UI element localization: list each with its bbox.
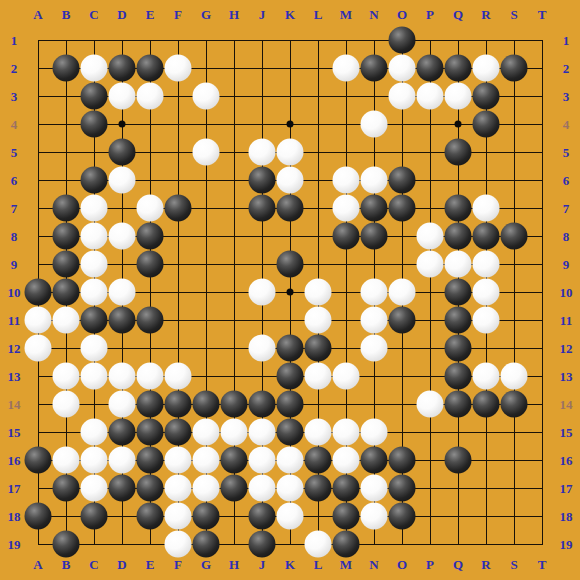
white-stone-r9 (473, 251, 500, 278)
black-stone-c4 (81, 111, 108, 138)
black-stone-h16 (221, 447, 248, 474)
black-stone-e14 (137, 391, 164, 418)
white-stone-e3 (137, 83, 164, 110)
white-stone-f19 (165, 531, 192, 558)
white-stone-o3 (389, 83, 416, 110)
col-label-top: E (146, 8, 155, 21)
white-stone-g5 (193, 139, 220, 166)
black-stone-e16 (137, 447, 164, 474)
row-label-left: 11 (8, 314, 20, 327)
white-stone-j5 (249, 139, 276, 166)
white-stone-l13 (305, 363, 332, 390)
black-stone-f15 (165, 419, 192, 446)
black-stone-m17 (333, 475, 360, 502)
col-label-top: G (201, 8, 211, 21)
col-label-bottom: G (201, 558, 211, 571)
col-label-bottom: B (62, 558, 71, 571)
col-label-top: Q (453, 8, 463, 21)
white-stone-j10 (249, 279, 276, 306)
black-stone-f7 (165, 195, 192, 222)
row-label-right: 15 (560, 426, 573, 439)
white-stone-m13 (333, 363, 360, 390)
black-stone-q2 (445, 55, 472, 82)
white-stone-n18 (361, 503, 388, 530)
col-label-top: D (117, 8, 126, 21)
black-stone-f14 (165, 391, 192, 418)
black-stone-g18 (193, 503, 220, 530)
col-label-top: R (481, 8, 490, 21)
white-stone-c15 (81, 419, 108, 446)
black-stone-b8 (53, 223, 80, 250)
row-label-right: 5 (563, 146, 570, 159)
white-stone-n17 (361, 475, 388, 502)
white-stone-c7 (81, 195, 108, 222)
row-label-left: 7 (11, 202, 18, 215)
row-label-left: 6 (11, 174, 18, 187)
col-label-bottom: J (259, 558, 266, 571)
white-stone-m7 (333, 195, 360, 222)
white-stone-k18 (277, 503, 304, 530)
white-stone-n6 (361, 167, 388, 194)
black-stone-d11 (109, 307, 136, 334)
col-label-bottom: O (397, 558, 407, 571)
black-stone-q10 (445, 279, 472, 306)
row-label-right: 12 (560, 342, 573, 355)
row-label-right: 9 (563, 258, 570, 271)
col-label-bottom: A (33, 558, 42, 571)
row-label-left: 3 (11, 90, 18, 103)
col-label-bottom: N (369, 558, 378, 571)
star-point-q4 (455, 121, 462, 128)
black-stone-o1 (389, 27, 416, 54)
white-stone-n15 (361, 419, 388, 446)
black-stone-a18 (25, 503, 52, 530)
col-label-bottom: C (89, 558, 98, 571)
black-stone-k15 (277, 419, 304, 446)
white-stone-c9 (81, 251, 108, 278)
white-stone-o10 (389, 279, 416, 306)
col-label-bottom: K (285, 558, 295, 571)
black-stone-h17 (221, 475, 248, 502)
black-stone-n7 (361, 195, 388, 222)
row-label-right: 19 (560, 538, 573, 551)
white-stone-m6 (333, 167, 360, 194)
white-stone-n4 (361, 111, 388, 138)
white-stone-f17 (165, 475, 192, 502)
row-label-right: 11 (560, 314, 572, 327)
star-point-k10 (287, 289, 294, 296)
white-stone-g16 (193, 447, 220, 474)
row-label-right: 4 (563, 118, 570, 131)
white-stone-b14 (53, 391, 80, 418)
black-stone-g19 (193, 531, 220, 558)
row-label-right: 8 (563, 230, 570, 243)
white-stone-d10 (109, 279, 136, 306)
black-stone-q14 (445, 391, 472, 418)
col-label-top: K (285, 8, 295, 21)
black-stone-c3 (81, 83, 108, 110)
black-stone-e11 (137, 307, 164, 334)
col-label-top: H (229, 8, 239, 21)
black-stone-e18 (137, 503, 164, 530)
white-stone-e7 (137, 195, 164, 222)
black-stone-r4 (473, 111, 500, 138)
row-label-left: 19 (8, 538, 21, 551)
black-stone-s14 (501, 391, 528, 418)
white-stone-j15 (249, 419, 276, 446)
black-stone-r3 (473, 83, 500, 110)
black-stone-b7 (53, 195, 80, 222)
white-stone-b16 (53, 447, 80, 474)
col-label-bottom: E (146, 558, 155, 571)
row-label-right: 3 (563, 90, 570, 103)
white-stone-c8 (81, 223, 108, 250)
black-stone-n8 (361, 223, 388, 250)
row-label-left: 16 (8, 454, 21, 467)
white-stone-n11 (361, 307, 388, 334)
black-stone-l16 (305, 447, 332, 474)
col-label-bottom: R (481, 558, 490, 571)
black-stone-b19 (53, 531, 80, 558)
white-stone-k16 (277, 447, 304, 474)
col-label-bottom: P (426, 558, 434, 571)
black-stone-b17 (53, 475, 80, 502)
col-label-top: B (62, 8, 71, 21)
black-stone-k7 (277, 195, 304, 222)
row-label-right: 2 (563, 62, 570, 75)
col-label-bottom: T (538, 558, 547, 571)
black-stone-j14 (249, 391, 276, 418)
black-stone-k13 (277, 363, 304, 390)
star-point-k4 (287, 121, 294, 128)
white-stone-d8 (109, 223, 136, 250)
white-stone-c17 (81, 475, 108, 502)
row-label-left: 5 (11, 146, 18, 159)
white-stone-g17 (193, 475, 220, 502)
row-label-right: 18 (560, 510, 573, 523)
row-label-left: 10 (8, 286, 21, 299)
white-stone-l15 (305, 419, 332, 446)
black-stone-q12 (445, 335, 472, 362)
black-stone-e2 (137, 55, 164, 82)
black-stone-c11 (81, 307, 108, 334)
row-label-right: 6 (563, 174, 570, 187)
row-label-left: 9 (11, 258, 18, 271)
black-stone-o11 (389, 307, 416, 334)
col-label-top: J (259, 8, 266, 21)
white-stone-r11 (473, 307, 500, 334)
white-stone-g3 (193, 83, 220, 110)
black-stone-l17 (305, 475, 332, 502)
white-stone-l19 (305, 531, 332, 558)
white-stone-c10 (81, 279, 108, 306)
black-stone-o6 (389, 167, 416, 194)
white-stone-k17 (277, 475, 304, 502)
page: { "game": "go", "board": { "size": 19, "… (0, 0, 580, 580)
black-stone-d5 (109, 139, 136, 166)
black-stone-c6 (81, 167, 108, 194)
white-stone-p8 (417, 223, 444, 250)
white-stone-a12 (25, 335, 52, 362)
col-label-top: A (33, 8, 42, 21)
white-stone-j12 (249, 335, 276, 362)
row-label-left: 12 (8, 342, 21, 355)
white-stone-e13 (137, 363, 164, 390)
col-label-bottom: S (510, 558, 517, 571)
row-label-right: 10 (560, 286, 573, 299)
row-label-left: 2 (11, 62, 18, 75)
white-stone-d14 (109, 391, 136, 418)
white-stone-q9 (445, 251, 472, 278)
black-stone-e15 (137, 419, 164, 446)
black-stone-k12 (277, 335, 304, 362)
white-stone-h15 (221, 419, 248, 446)
black-stone-n16 (361, 447, 388, 474)
black-stone-e17 (137, 475, 164, 502)
black-stone-l12 (305, 335, 332, 362)
black-stone-a16 (25, 447, 52, 474)
black-stone-q11 (445, 307, 472, 334)
black-stone-m8 (333, 223, 360, 250)
white-stone-m15 (333, 419, 360, 446)
white-stone-c12 (81, 335, 108, 362)
white-stone-k6 (277, 167, 304, 194)
black-stone-d17 (109, 475, 136, 502)
black-stone-j19 (249, 531, 276, 558)
black-stone-a10 (25, 279, 52, 306)
black-stone-b10 (53, 279, 80, 306)
black-stone-e8 (137, 223, 164, 250)
white-stone-j16 (249, 447, 276, 474)
col-label-top: F (174, 8, 182, 21)
white-stone-f16 (165, 447, 192, 474)
row-label-left: 15 (8, 426, 21, 439)
white-stone-q3 (445, 83, 472, 110)
black-stone-b2 (53, 55, 80, 82)
black-stone-g14 (193, 391, 220, 418)
row-label-right: 16 (560, 454, 573, 467)
col-label-top: M (340, 8, 352, 21)
white-stone-d16 (109, 447, 136, 474)
white-stone-k5 (277, 139, 304, 166)
white-stone-r13 (473, 363, 500, 390)
black-stone-p2 (417, 55, 444, 82)
white-stone-p9 (417, 251, 444, 278)
black-stone-o7 (389, 195, 416, 222)
col-label-top: S (510, 8, 517, 21)
black-stone-k14 (277, 391, 304, 418)
white-stone-n12 (361, 335, 388, 362)
black-stone-j6 (249, 167, 276, 194)
star-point-d4 (119, 121, 126, 128)
white-stone-n10 (361, 279, 388, 306)
go-board[interactable]: AABBCCDDEEFFGGHHJJKKLLMMNNOOPPQQRRSSTT11… (0, 0, 580, 580)
col-label-bottom: H (229, 558, 239, 571)
black-stone-q13 (445, 363, 472, 390)
col-label-top: O (397, 8, 407, 21)
black-stone-m18 (333, 503, 360, 530)
black-stone-o18 (389, 503, 416, 530)
col-label-top: T (538, 8, 547, 21)
white-stone-l11 (305, 307, 332, 334)
black-stone-h14 (221, 391, 248, 418)
black-stone-b9 (53, 251, 80, 278)
row-label-left: 8 (11, 230, 18, 243)
row-label-left: 17 (8, 482, 21, 495)
row-label-right: 13 (560, 370, 573, 383)
white-stone-g15 (193, 419, 220, 446)
col-label-top: L (314, 8, 323, 21)
black-stone-m19 (333, 531, 360, 558)
black-stone-q16 (445, 447, 472, 474)
black-stone-s8 (501, 223, 528, 250)
white-stone-c2 (81, 55, 108, 82)
row-label-left: 4 (11, 118, 18, 131)
row-label-right: 7 (563, 202, 570, 215)
white-stone-d3 (109, 83, 136, 110)
white-stone-f2 (165, 55, 192, 82)
black-stone-n2 (361, 55, 388, 82)
white-stone-r10 (473, 279, 500, 306)
black-stone-q5 (445, 139, 472, 166)
white-stone-p3 (417, 83, 444, 110)
black-stone-j7 (249, 195, 276, 222)
white-stone-j17 (249, 475, 276, 502)
white-stone-m16 (333, 447, 360, 474)
col-label-bottom: D (117, 558, 126, 571)
row-label-right: 17 (560, 482, 573, 495)
black-stone-d15 (109, 419, 136, 446)
black-stone-o16 (389, 447, 416, 474)
white-stone-m2 (333, 55, 360, 82)
col-label-top: P (426, 8, 434, 21)
white-stone-f18 (165, 503, 192, 530)
white-stone-r7 (473, 195, 500, 222)
col-label-bottom: M (340, 558, 352, 571)
white-stone-c13 (81, 363, 108, 390)
white-stone-p14 (417, 391, 444, 418)
black-stone-q8 (445, 223, 472, 250)
white-stone-b11 (53, 307, 80, 334)
white-stone-d6 (109, 167, 136, 194)
col-label-top: N (369, 8, 378, 21)
white-stone-a11 (25, 307, 52, 334)
white-stone-r2 (473, 55, 500, 82)
col-label-bottom: L (314, 558, 323, 571)
black-stone-j18 (249, 503, 276, 530)
black-stone-q7 (445, 195, 472, 222)
black-stone-s2 (501, 55, 528, 82)
black-stone-r8 (473, 223, 500, 250)
row-label-right: 1 (563, 34, 570, 47)
black-stone-k9 (277, 251, 304, 278)
white-stone-d13 (109, 363, 136, 390)
black-stone-r14 (473, 391, 500, 418)
col-label-bottom: F (174, 558, 182, 571)
black-stone-o17 (389, 475, 416, 502)
white-stone-o2 (389, 55, 416, 82)
white-stone-b13 (53, 363, 80, 390)
col-label-bottom: Q (453, 558, 463, 571)
black-stone-c18 (81, 503, 108, 530)
row-label-right: 14 (560, 398, 573, 411)
row-label-left: 1 (11, 34, 18, 47)
row-label-left: 13 (8, 370, 21, 383)
white-stone-f13 (165, 363, 192, 390)
row-label-left: 14 (8, 398, 21, 411)
white-stone-c16 (81, 447, 108, 474)
white-stone-l10 (305, 279, 332, 306)
black-stone-d2 (109, 55, 136, 82)
row-label-left: 18 (8, 510, 21, 523)
white-stone-s13 (501, 363, 528, 390)
col-label-top: C (89, 8, 98, 21)
black-stone-e9 (137, 251, 164, 278)
